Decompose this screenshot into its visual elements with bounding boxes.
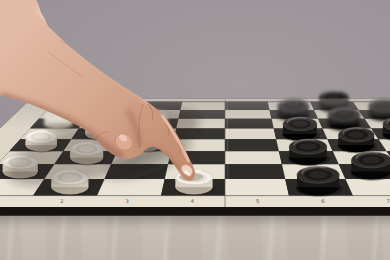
board-square[interactable] (225, 151, 282, 164)
board-square[interactable] (225, 164, 285, 179)
coordinate-label: 7 (387, 198, 390, 204)
coordinate-label: 2 (60, 198, 63, 204)
board-square[interactable] (225, 129, 276, 140)
checker-black[interactable] (337, 128, 377, 154)
checker-black[interactable] (350, 152, 390, 181)
checker-black[interactable] (296, 166, 343, 196)
coordinate-label: 3 (125, 198, 128, 204)
coordinate-label: 5 (256, 198, 259, 204)
board-square[interactable] (225, 179, 289, 196)
checker-black[interactable] (288, 139, 330, 166)
board-front-face (0, 207, 390, 215)
board-square[interactable] (225, 139, 279, 151)
checkers-scene: 12345678 (0, 0, 390, 260)
board-near-rim (0, 196, 390, 207)
board-square[interactable] (97, 179, 165, 196)
board-square[interactable] (345, 179, 390, 196)
coordinate-label: 6 (321, 198, 324, 204)
